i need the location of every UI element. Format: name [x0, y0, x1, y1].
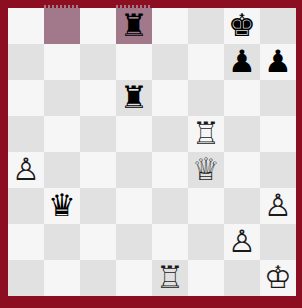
square-d2[interactable] — [116, 224, 152, 260]
white-king[interactable]: ♔ — [264, 259, 292, 295]
square-g2[interactable]: ♙ — [224, 224, 260, 260]
square-b2[interactable] — [44, 224, 80, 260]
square-f5[interactable]: ♖ — [188, 116, 224, 152]
square-g6[interactable] — [224, 80, 260, 116]
board-frame: ♜♚♟♟♜♖♙♕♛♙♙♖♔ — [0, 0, 302, 308]
square-d7[interactable] — [116, 44, 152, 80]
white-pawn[interactable]: ♙ — [12, 151, 40, 187]
square-g7[interactable]: ♟ — [224, 44, 260, 80]
square-e6[interactable] — [152, 80, 188, 116]
square-c4[interactable] — [80, 152, 116, 188]
white-queen[interactable]: ♕ — [192, 151, 220, 187]
black-rook[interactable]: ♜ — [120, 7, 148, 43]
square-d8[interactable]: ♜ — [116, 8, 152, 44]
square-b1[interactable] — [44, 260, 80, 296]
square-f7[interactable] — [188, 44, 224, 80]
square-f6[interactable] — [188, 80, 224, 116]
square-e7[interactable] — [152, 44, 188, 80]
square-d4[interactable] — [116, 152, 152, 188]
square-h1[interactable]: ♔ — [260, 260, 296, 296]
square-h6[interactable] — [260, 80, 296, 116]
square-f1[interactable] — [188, 260, 224, 296]
square-e2[interactable] — [152, 224, 188, 260]
square-h7[interactable]: ♟ — [260, 44, 296, 80]
chess-board: ♜♚♟♟♜♖♙♕♛♙♙♖♔ — [8, 8, 296, 296]
white-rook[interactable]: ♖ — [192, 115, 220, 151]
square-c6[interactable] — [80, 80, 116, 116]
square-h8[interactable] — [260, 8, 296, 44]
square-a8[interactable] — [8, 8, 44, 44]
square-c5[interactable] — [80, 116, 116, 152]
square-g4[interactable] — [224, 152, 260, 188]
square-a3[interactable] — [8, 188, 44, 224]
square-b7[interactable] — [44, 44, 80, 80]
square-f8[interactable] — [188, 8, 224, 44]
square-e5[interactable] — [152, 116, 188, 152]
square-g5[interactable] — [224, 116, 260, 152]
white-pawn[interactable]: ♙ — [264, 187, 292, 223]
square-g8[interactable]: ♚ — [224, 8, 260, 44]
square-a7[interactable] — [8, 44, 44, 80]
square-a5[interactable] — [8, 116, 44, 152]
square-c7[interactable] — [80, 44, 116, 80]
square-e3[interactable] — [152, 188, 188, 224]
black-queen[interactable]: ♛ — [48, 187, 76, 223]
square-d1[interactable] — [116, 260, 152, 296]
square-a4[interactable]: ♙ — [8, 152, 44, 188]
square-f4[interactable]: ♕ — [188, 152, 224, 188]
square-h5[interactable] — [260, 116, 296, 152]
square-d3[interactable] — [116, 188, 152, 224]
square-e1[interactable]: ♖ — [152, 260, 188, 296]
square-d5[interactable] — [116, 116, 152, 152]
black-king[interactable]: ♚ — [228, 7, 256, 43]
square-h3[interactable]: ♙ — [260, 188, 296, 224]
square-h2[interactable] — [260, 224, 296, 260]
square-f3[interactable] — [188, 188, 224, 224]
square-f2[interactable] — [188, 224, 224, 260]
square-c2[interactable] — [80, 224, 116, 260]
square-b6[interactable] — [44, 80, 80, 116]
square-c1[interactable] — [80, 260, 116, 296]
square-c3[interactable] — [80, 188, 116, 224]
square-g1[interactable] — [224, 260, 260, 296]
square-a1[interactable] — [8, 260, 44, 296]
square-e8[interactable] — [152, 8, 188, 44]
square-b4[interactable] — [44, 152, 80, 188]
square-h4[interactable] — [260, 152, 296, 188]
square-a6[interactable] — [8, 80, 44, 116]
square-g3[interactable] — [224, 188, 260, 224]
square-b5[interactable] — [44, 116, 80, 152]
square-b8[interactable] — [44, 8, 80, 44]
black-pawn[interactable]: ♟ — [228, 43, 256, 79]
white-pawn[interactable]: ♙ — [228, 223, 256, 259]
white-rook[interactable]: ♖ — [156, 259, 184, 295]
black-pawn[interactable]: ♟ — [264, 43, 292, 79]
black-rook[interactable]: ♜ — [120, 79, 148, 115]
square-b3[interactable]: ♛ — [44, 188, 80, 224]
square-e4[interactable] — [152, 152, 188, 188]
square-d6[interactable]: ♜ — [116, 80, 152, 116]
square-c8[interactable] — [80, 8, 116, 44]
square-a2[interactable] — [8, 224, 44, 260]
